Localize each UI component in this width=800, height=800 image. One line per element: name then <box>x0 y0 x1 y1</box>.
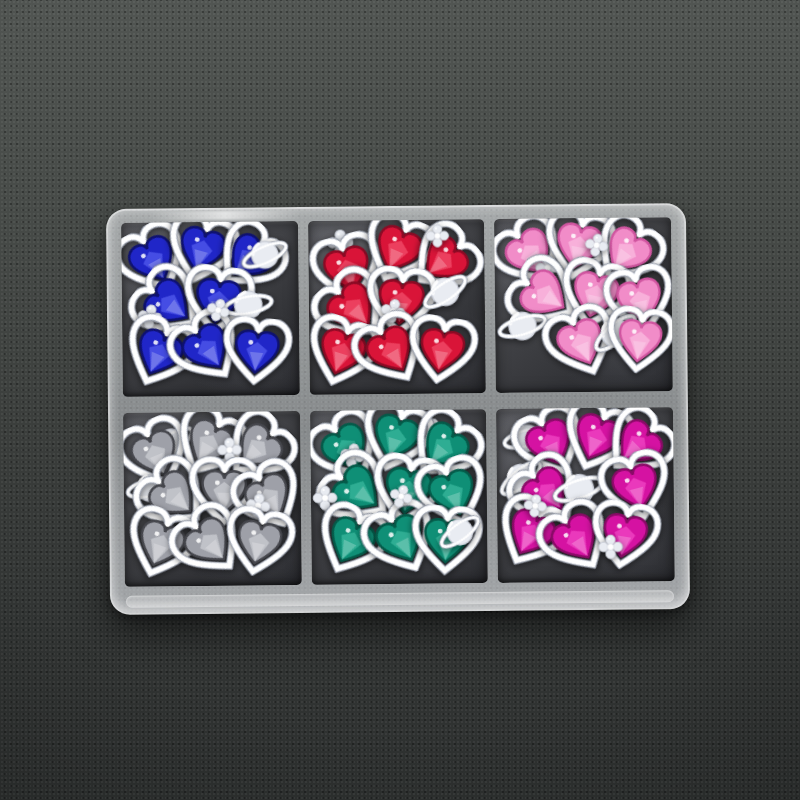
heart-charm <box>218 314 295 388</box>
compartment-grid <box>108 205 688 613</box>
heart-charm-svg <box>218 314 295 388</box>
flower-charm <box>581 229 612 260</box>
flower-charm <box>520 490 550 520</box>
heart-charm-svg <box>401 312 482 390</box>
flower-charm-svg <box>520 490 550 520</box>
compartment-magenta <box>496 407 674 583</box>
planet-charm <box>430 502 489 563</box>
heart-charm-svg <box>217 503 300 583</box>
compartment-smoky-gray <box>123 411 301 587</box>
compartment-red <box>308 219 486 395</box>
flower-charm-svg <box>597 533 626 562</box>
flower-charm <box>597 533 626 562</box>
compartment-emerald-green <box>310 409 488 585</box>
compartment-royal-blue <box>121 221 299 397</box>
compartment-pink <box>494 217 672 393</box>
heart-charm <box>601 304 673 378</box>
flower-charm <box>424 223 451 250</box>
flower-charm-svg <box>424 223 451 250</box>
storage-box <box>106 203 690 615</box>
product-photo <box>0 0 800 800</box>
planet-charm-svg <box>430 502 489 563</box>
heart-charm <box>401 312 482 390</box>
heart-charm-svg <box>601 304 673 378</box>
flower-charm-svg <box>581 229 612 260</box>
heart-charm <box>217 503 300 583</box>
